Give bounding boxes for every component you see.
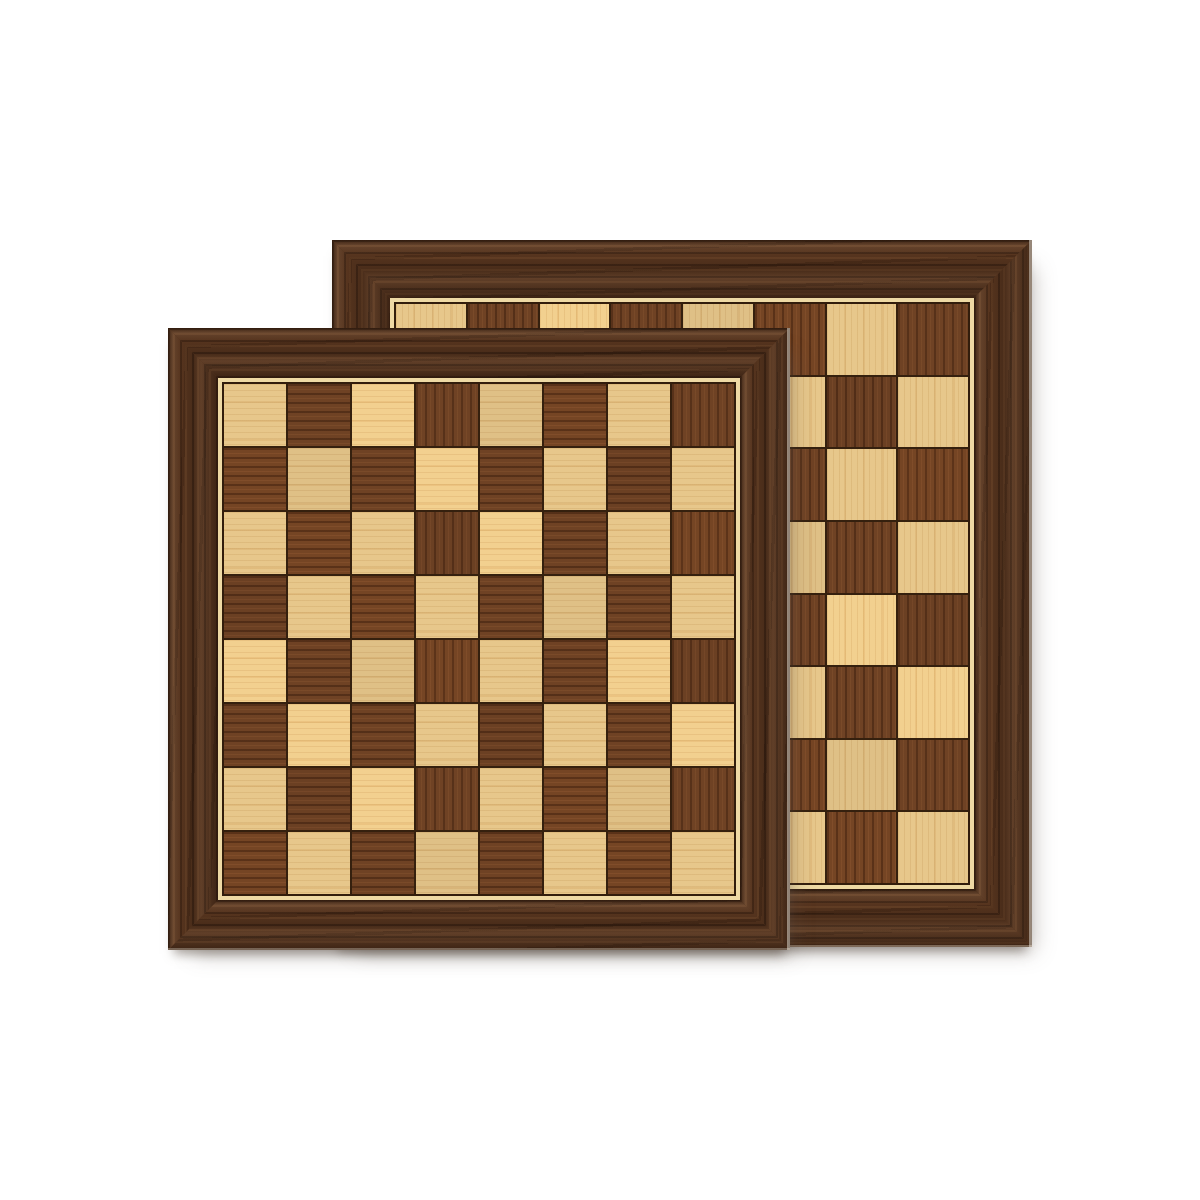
- frame-bottom-rail: [168, 900, 790, 950]
- board-square: [416, 768, 478, 830]
- board-square: [352, 704, 414, 766]
- board-square: [416, 576, 478, 638]
- frame-top-rail: [332, 240, 1032, 298]
- board-square: [544, 832, 606, 894]
- board-square: [898, 377, 968, 448]
- board-square: [898, 595, 968, 666]
- board-square: [672, 640, 734, 702]
- board-square: [352, 448, 414, 510]
- board-square: [544, 384, 606, 446]
- board-square: [416, 704, 478, 766]
- board-square: [898, 449, 968, 520]
- board-square: [480, 832, 542, 894]
- board-square: [898, 522, 968, 593]
- board-square: [827, 595, 897, 666]
- board-square: [544, 512, 606, 574]
- board-square: [224, 832, 286, 894]
- board-square: [672, 384, 734, 446]
- board-square: [608, 512, 670, 574]
- board-square: [288, 448, 350, 510]
- board-square: [480, 768, 542, 830]
- board-square: [416, 448, 478, 510]
- frame-right-rail: [740, 328, 790, 950]
- board-square: [288, 768, 350, 830]
- board-square: [827, 812, 897, 883]
- board-square: [672, 448, 734, 510]
- board-square: [288, 640, 350, 702]
- board-square: [544, 448, 606, 510]
- board-square: [480, 512, 542, 574]
- board-square: [608, 384, 670, 446]
- board-square: [416, 640, 478, 702]
- board-square: [898, 812, 968, 883]
- board-square: [608, 448, 670, 510]
- board-square: [608, 640, 670, 702]
- front-chess-board: [168, 328, 790, 950]
- board-square: [224, 512, 286, 574]
- board-square: [288, 512, 350, 574]
- frame-left-rail: [168, 328, 218, 950]
- frame-right-rail: [974, 240, 1032, 947]
- board-square: [352, 832, 414, 894]
- board-square: [480, 640, 542, 702]
- board-square: [827, 667, 897, 738]
- board-square: [288, 576, 350, 638]
- photo-canvas: [0, 0, 1200, 1200]
- board-square: [544, 640, 606, 702]
- frame-top-rail: [168, 328, 790, 378]
- board-square: [608, 704, 670, 766]
- board-square: [672, 576, 734, 638]
- board-square: [672, 704, 734, 766]
- board-square: [544, 576, 606, 638]
- board-square: [827, 304, 897, 375]
- board-square: [224, 768, 286, 830]
- board-square: [416, 832, 478, 894]
- board-square: [827, 522, 897, 593]
- board-square: [608, 768, 670, 830]
- board-square: [480, 448, 542, 510]
- board-square: [898, 667, 968, 738]
- board-square: [288, 704, 350, 766]
- board-square: [416, 384, 478, 446]
- board-field: [218, 378, 740, 900]
- board-square: [544, 704, 606, 766]
- board-square: [224, 448, 286, 510]
- board-square: [224, 704, 286, 766]
- board-square: [672, 832, 734, 894]
- board-square: [827, 740, 897, 811]
- board-square: [480, 384, 542, 446]
- board-square: [672, 512, 734, 574]
- board-square: [827, 377, 897, 448]
- board-square: [352, 576, 414, 638]
- board-square: [224, 640, 286, 702]
- board-square: [608, 832, 670, 894]
- board-square: [827, 449, 897, 520]
- board-square: [480, 704, 542, 766]
- board-square: [608, 576, 670, 638]
- board-square: [898, 304, 968, 375]
- board-square: [288, 384, 350, 446]
- board-square: [352, 384, 414, 446]
- board-square: [352, 768, 414, 830]
- board-square: [224, 576, 286, 638]
- board-square: [352, 640, 414, 702]
- board-square: [416, 512, 478, 574]
- board-square: [544, 768, 606, 830]
- board-square: [288, 832, 350, 894]
- board-square: [672, 768, 734, 830]
- board-square: [898, 740, 968, 811]
- board-square: [224, 384, 286, 446]
- board-square: [480, 576, 542, 638]
- board-square: [352, 512, 414, 574]
